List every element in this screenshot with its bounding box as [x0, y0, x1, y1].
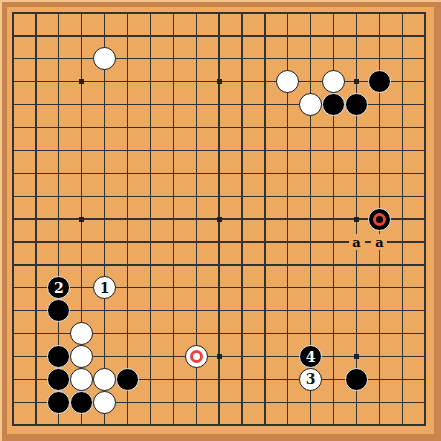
stone-black[interactable]	[116, 368, 139, 391]
stone-black[interactable]	[368, 70, 391, 93]
star-point	[79, 79, 84, 84]
stone-white[interactable]	[299, 93, 322, 116]
stone-black[interactable]	[47, 368, 70, 391]
stone-white[interactable]	[70, 368, 93, 391]
circle-marker-icon	[373, 213, 386, 226]
stone-white[interactable]	[276, 70, 299, 93]
star-point	[354, 217, 359, 222]
stone-black[interactable]	[47, 391, 70, 414]
diagram-stage: aa2143	[0, 0, 441, 441]
stone-black[interactable]	[70, 391, 93, 414]
stone-white[interactable]	[70, 345, 93, 368]
stone-black[interactable]	[322, 93, 345, 116]
grid-line	[424, 12, 426, 426]
stone-black[interactable]	[345, 93, 368, 116]
star-point	[217, 79, 222, 84]
stone-black[interactable]	[345, 368, 368, 391]
stone-white-circled[interactable]	[185, 345, 208, 368]
point-label-a: a	[349, 234, 365, 250]
grid-line	[402, 12, 403, 426]
grid-line	[12, 424, 426, 426]
stone-white[interactable]	[93, 47, 116, 70]
move-number: 1	[100, 281, 110, 295]
stone-black[interactable]	[47, 299, 70, 322]
go-board[interactable]: aa2143	[0, 0, 441, 441]
circle-marker-icon	[190, 350, 203, 363]
stone-white[interactable]	[322, 70, 345, 93]
move-number: 2	[54, 281, 64, 295]
move-number: 4	[306, 350, 316, 364]
stone-white-1[interactable]: 1	[93, 276, 116, 299]
stone-black-4[interactable]: 4	[299, 345, 322, 368]
point-label-a: a	[371, 234, 387, 250]
star-point	[354, 354, 359, 359]
stone-black-2[interactable]: 2	[47, 276, 70, 299]
stone-black[interactable]	[47, 345, 70, 368]
stone-black-circled[interactable]	[368, 208, 391, 231]
stone-white-3[interactable]: 3	[299, 368, 322, 391]
star-point	[217, 354, 222, 359]
star-point	[79, 217, 84, 222]
grid-line	[12, 264, 426, 265]
star-point	[217, 217, 222, 222]
stone-white[interactable]	[93, 368, 116, 391]
stone-white[interactable]	[70, 322, 93, 345]
grid-line	[241, 12, 242, 426]
move-number: 3	[306, 372, 316, 386]
stone-white[interactable]	[93, 391, 116, 414]
grid-line	[12, 310, 426, 311]
star-point	[354, 79, 359, 84]
grid-line	[264, 12, 265, 426]
grid-line	[12, 287, 426, 288]
